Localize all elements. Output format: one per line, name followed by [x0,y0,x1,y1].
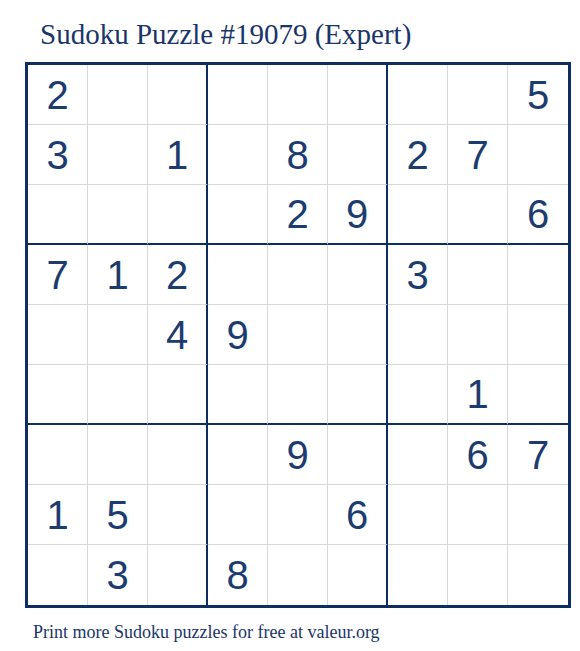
cell-digit: 7 [527,435,549,475]
page-title: Sudoku Puzzle #19079 (Expert) [40,18,580,51]
cell-digit: 1 [466,374,488,414]
sudoku-cell-r6c9[interactable] [508,365,568,425]
sudoku-cell-r3c5[interactable]: 2 [268,185,328,245]
sudoku-cell-r9c5[interactable] [268,545,328,605]
sudoku-cell-r4c7[interactable]: 3 [388,245,448,305]
cell-digit: 9 [226,315,248,355]
sudoku-cell-r6c5[interactable] [268,365,328,425]
cell-digit: 7 [466,135,488,175]
sudoku-cell-r4c8[interactable] [448,245,508,305]
cell-digit: 5 [106,495,128,535]
sudoku-cell-r1c6[interactable] [328,65,388,125]
sudoku-cell-r8c3[interactable] [148,485,208,545]
sudoku-cell-r7c3[interactable] [148,425,208,485]
sudoku-cell-r8c2[interactable]: 5 [88,485,148,545]
sudoku-cell-r2c9[interactable] [508,125,568,185]
cell-digit: 1 [166,135,188,175]
sudoku-cell-r6c3[interactable] [148,365,208,425]
sudoku-cell-r4c4[interactable] [208,245,268,305]
sudoku-cell-r9c4[interactable]: 8 [208,545,268,605]
sudoku-cell-r6c4[interactable] [208,365,268,425]
sudoku-cell-r7c4[interactable] [208,425,268,485]
cell-digit: 8 [286,135,308,175]
sudoku-cell-r7c1[interactable] [28,425,88,485]
sudoku-cell-r4c5[interactable] [268,245,328,305]
cell-digit: 8 [226,555,248,595]
sudoku-cell-r6c8[interactable]: 1 [448,365,508,425]
sudoku-cell-r1c3[interactable] [148,65,208,125]
cell-digit: 3 [406,255,428,295]
footer-note: Print more Sudoku puzzles for free at va… [33,622,580,643]
sudoku-cell-r8c6[interactable]: 6 [328,485,388,545]
sudoku-cell-r9c8[interactable] [448,545,508,605]
sudoku-cell-r7c7[interactable] [388,425,448,485]
sudoku-cell-r5c9[interactable] [508,305,568,365]
sudoku-cell-r9c1[interactable] [28,545,88,605]
sudoku-board: 2531827296712349196715638 [25,62,571,608]
sudoku-cell-r8c5[interactable] [268,485,328,545]
sudoku-cell-r1c1[interactable]: 2 [28,65,88,125]
sudoku-cell-r6c2[interactable] [88,365,148,425]
sudoku-cell-r1c2[interactable] [88,65,148,125]
sudoku-cell-r4c1[interactable]: 7 [28,245,88,305]
cell-digit: 2 [286,194,308,234]
sudoku-cell-r8c9[interactable] [508,485,568,545]
cell-digit: 4 [166,315,188,355]
sudoku-cell-r6c1[interactable] [28,365,88,425]
sudoku-cell-r8c8[interactable] [448,485,508,545]
sudoku-cell-r3c2[interactable] [88,185,148,245]
sudoku-cell-r2c5[interactable]: 8 [268,125,328,185]
sudoku-cell-r5c1[interactable] [28,305,88,365]
cell-digit: 6 [466,435,488,475]
sudoku-cell-r4c2[interactable]: 1 [88,245,148,305]
sudoku-cell-r2c3[interactable]: 1 [148,125,208,185]
sudoku-cell-r2c2[interactable] [88,125,148,185]
sudoku-cell-r6c7[interactable] [388,365,448,425]
sudoku-cell-r3c8[interactable] [448,185,508,245]
sudoku-cell-r5c5[interactable] [268,305,328,365]
cell-digit: 1 [106,255,128,295]
sudoku-cell-r4c6[interactable] [328,245,388,305]
sudoku-cell-r5c7[interactable] [388,305,448,365]
sudoku-cell-r5c2[interactable] [88,305,148,365]
sudoku-cell-r4c9[interactable] [508,245,568,305]
cell-digit: 2 [166,255,188,295]
sudoku-cell-r9c7[interactable] [388,545,448,605]
sudoku-cell-r7c5[interactable]: 9 [268,425,328,485]
sudoku-cell-r7c6[interactable] [328,425,388,485]
cell-digit: 2 [406,135,428,175]
sudoku-cell-r5c6[interactable] [328,305,388,365]
sudoku-cell-r9c6[interactable] [328,545,388,605]
sudoku-cell-r1c8[interactable] [448,65,508,125]
sudoku-cell-r3c9[interactable]: 6 [508,185,568,245]
sudoku-cell-r5c4[interactable]: 9 [208,305,268,365]
cell-digit: 5 [527,75,549,115]
sudoku-cell-r6c6[interactable] [328,365,388,425]
cell-digit: 3 [106,555,128,595]
sudoku-cell-r7c2[interactable] [88,425,148,485]
sudoku-cell-r3c6[interactable]: 9 [328,185,388,245]
cell-digit: 9 [346,194,368,234]
sudoku-cell-r2c8[interactable]: 7 [448,125,508,185]
cell-digit: 6 [527,194,549,234]
sudoku-cell-r9c9[interactable] [508,545,568,605]
sudoku-cell-r8c7[interactable] [388,485,448,545]
cell-digit: 3 [46,135,68,175]
sudoku-cell-r1c5[interactable] [268,65,328,125]
cell-digit: 1 [46,495,68,535]
cell-digit: 9 [286,435,308,475]
sudoku-cell-r5c8[interactable] [448,305,508,365]
sudoku-cell-r2c7[interactable]: 2 [388,125,448,185]
sudoku-cell-r7c9[interactable]: 7 [508,425,568,485]
sudoku-cell-r5c3[interactable]: 4 [148,305,208,365]
cell-digit: 7 [46,255,68,295]
sudoku-cell-r3c4[interactable] [208,185,268,245]
sudoku-cell-r2c4[interactable] [208,125,268,185]
sudoku-cell-r8c1[interactable]: 1 [28,485,88,545]
sudoku-cell-r9c3[interactable] [148,545,208,605]
cell-digit: 2 [46,75,68,115]
sudoku-cell-r2c1[interactable]: 3 [28,125,88,185]
sudoku-cell-r2c6[interactable] [328,125,388,185]
sudoku-cell-r9c2[interactable]: 3 [88,545,148,605]
cell-digit: 6 [346,495,368,535]
sudoku-cell-r3c7[interactable] [388,185,448,245]
sudoku-cell-r1c4[interactable] [208,65,268,125]
sudoku-cell-r1c7[interactable] [388,65,448,125]
sudoku-cell-r7c8[interactable]: 6 [448,425,508,485]
sudoku-cell-r4c3[interactable]: 2 [148,245,208,305]
sudoku-cell-r3c3[interactable] [148,185,208,245]
sudoku-cell-r8c4[interactable] [208,485,268,545]
sudoku-cell-r1c9[interactable]: 5 [508,65,568,125]
sudoku-cell-r3c1[interactable] [28,185,88,245]
